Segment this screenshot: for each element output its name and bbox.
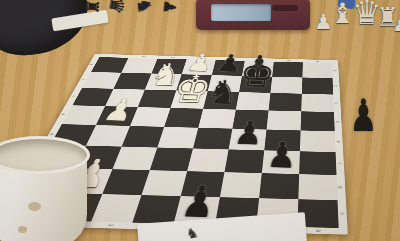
- knight-logo-icon: ♞: [185, 225, 200, 241]
- coordinate-label: 8: [314, 216, 323, 241]
- coordinate-label: a: [76, 62, 107, 66]
- paper-cup: [0, 136, 90, 241]
- square-f6: [224, 149, 264, 173]
- coordinate-label: b: [67, 78, 100, 82]
- piece-black-pawn: ♟: [232, 116, 265, 149]
- square-f7: ♟: [262, 150, 300, 174]
- square-b7: [270, 77, 302, 94]
- square-c5: ♞: [203, 91, 239, 109]
- square-d5: [198, 109, 236, 129]
- square-c6: [236, 92, 271, 110]
- square-g4: [141, 170, 187, 196]
- cup-stain: [28, 202, 41, 211]
- piece-black-pawn: ♟: [265, 137, 297, 173]
- square-d7: [267, 110, 302, 130]
- coordinate-label: g: [322, 184, 361, 190]
- square-f4: [150, 148, 193, 172]
- square-d4: [164, 108, 203, 128]
- square-c7: [269, 93, 302, 111]
- square-e6: ♟: [229, 129, 267, 151]
- square-c4: ♚: [170, 90, 207, 108]
- square-g7: [259, 173, 299, 199]
- coordinate-label: d: [46, 112, 82, 117]
- coordinate-label: 7: [285, 53, 292, 68]
- coordinate-label: c: [57, 94, 91, 99]
- captured-black-pawn-on-table: ♟: [349, 93, 377, 138]
- coordinate-label: 8: [314, 54, 320, 69]
- coordinate-label: h: [322, 210, 362, 217]
- square-b6: ♚: [239, 76, 272, 93]
- cup-stain: [18, 226, 27, 233]
- square-f5: [187, 148, 228, 172]
- photo-scene: ♜♛♞♟ ♟♝♛♜♟ 12345678 12345678 abcdefgh ab…: [0, 0, 400, 241]
- square-e5: [193, 128, 232, 150]
- coordinate-label: f: [322, 161, 359, 167]
- square-g6: [220, 172, 262, 198]
- square-e4: [157, 127, 198, 149]
